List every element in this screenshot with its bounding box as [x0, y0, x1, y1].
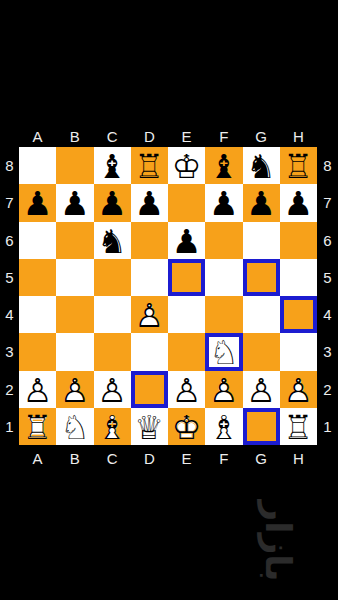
white-pawn-piece[interactable]: ♟♙ [19, 371, 56, 408]
square-b5[interactable] [56, 259, 93, 296]
app-screen: ABCDEFGH 87654321 87654321 ♝♖♔♝♞♖♟♟♟♟♟♟♟… [0, 0, 338, 600]
black-pawn-piece[interactable]: ♟ [243, 184, 280, 221]
piece-outline: ♙ [56, 371, 93, 408]
file-label-f: F [205, 125, 242, 147]
file-label-a: A [19, 125, 56, 147]
square-g2[interactable]: ♟♙ [243, 371, 280, 408]
file-label-g: G [243, 125, 280, 147]
piece-fill: ♟ [19, 184, 56, 221]
square-c8[interactable]: ♝ [94, 147, 131, 184]
square-e8[interactable]: ♔ [168, 147, 205, 184]
rank-label-5: 5 [0, 259, 19, 296]
black-bishop-piece[interactable]: ♝ [205, 147, 242, 184]
square-e7[interactable] [168, 184, 205, 221]
square-g5[interactable] [243, 259, 280, 296]
square-h5[interactable] [280, 259, 317, 296]
square-f2[interactable]: ♟♙ [205, 371, 242, 408]
black-pawn-piece[interactable]: ♟ [131, 184, 168, 221]
piece-outline: ♔ [168, 147, 205, 184]
white-rook-piece[interactable]: ♜♖ [19, 408, 56, 445]
black-knight-piece[interactable]: ♞ [94, 222, 131, 259]
rank-label-2: 2 [0, 371, 19, 408]
square-f1[interactable]: ♝♗ [205, 408, 242, 445]
white-pawn-piece[interactable]: ♟♙ [205, 371, 242, 408]
white-knight-piece[interactable]: ♞♘ [205, 333, 242, 370]
square-a5[interactable] [19, 259, 56, 296]
square-g6[interactable] [243, 222, 280, 259]
square-e4[interactable] [168, 296, 205, 333]
file-label-c: C [94, 125, 131, 147]
black-bishop-piece[interactable]: ♝ [94, 147, 131, 184]
square-b3[interactable] [56, 333, 93, 370]
square-f5[interactable] [205, 259, 242, 296]
file-label-a: A [19, 447, 56, 469]
white-king-piece[interactable]: ♚♔ [168, 408, 205, 445]
square-g1[interactable] [243, 408, 280, 445]
square-c6[interactable]: ♞ [94, 222, 131, 259]
square-c4[interactable] [94, 296, 131, 333]
square-d2[interactable] [131, 371, 168, 408]
piece-fill: ♟ [205, 184, 242, 221]
square-d3[interactable] [131, 333, 168, 370]
file-labels-bottom: ABCDEFGH [19, 447, 317, 469]
black-pawn-piece[interactable]: ♟ [56, 184, 93, 221]
piece-fill: ♝ [205, 147, 242, 184]
square-g4[interactable] [243, 296, 280, 333]
piece-fill: ♟ [168, 222, 205, 259]
piece-outline: ♖ [131, 147, 168, 184]
file-label-b: B [56, 447, 93, 469]
square-f6[interactable] [205, 222, 242, 259]
square-c2[interactable]: ♟♙ [94, 371, 131, 408]
file-label-c: C [94, 447, 131, 469]
piece-outline: ♕ [131, 408, 168, 445]
file-label-f: F [205, 447, 242, 469]
rank-label-1: 1 [317, 408, 338, 445]
rank-label-4: 4 [0, 296, 19, 333]
file-labels-top: ABCDEFGH [19, 125, 317, 147]
square-b1[interactable]: ♞♘ [56, 408, 93, 445]
square-f7[interactable]: ♟ [205, 184, 242, 221]
piece-fill: ♞ [94, 222, 131, 259]
square-e1[interactable]: ♚♔ [168, 408, 205, 445]
white-pawn-piece[interactable]: ♟♙ [131, 296, 168, 333]
square-g8[interactable]: ♞ [243, 147, 280, 184]
square-h8[interactable]: ♖ [280, 147, 317, 184]
piece-fill: ♟ [94, 184, 131, 221]
white-pawn-piece[interactable]: ♟♙ [168, 371, 205, 408]
black-pawn-piece[interactable]: ♟ [280, 184, 317, 221]
piece-fill: ♟ [56, 184, 93, 221]
chess-board: ♝♖♔♝♞♖♟♟♟♟♟♟♟♞♟♟♙♞♘♟♙♟♙♟♙♟♙♟♙♟♙♟♙♜♖♞♘♝♗♛… [19, 147, 317, 445]
square-d8[interactable]: ♖ [131, 147, 168, 184]
white-pawn-piece[interactable]: ♟♙ [56, 371, 93, 408]
black-king-piece[interactable]: ♔ [168, 147, 205, 184]
rank-label-6: 6 [0, 222, 19, 259]
piece-outline: ♙ [94, 371, 131, 408]
rank-label-3: 3 [0, 333, 19, 370]
square-b6[interactable] [56, 222, 93, 259]
piece-fill: ♝ [94, 147, 131, 184]
square-f4[interactable] [205, 296, 242, 333]
square-e5[interactable] [168, 259, 205, 296]
piece-outline: ♘ [205, 333, 242, 370]
square-a4[interactable] [19, 296, 56, 333]
square-a8[interactable] [19, 147, 56, 184]
square-b2[interactable]: ♟♙ [56, 371, 93, 408]
piece-fill: ♟ [131, 184, 168, 221]
square-d7[interactable]: ♟ [131, 184, 168, 221]
rank-label-1: 1 [0, 408, 19, 445]
file-label-h: H [280, 447, 317, 469]
square-c7[interactable]: ♟ [94, 184, 131, 221]
white-bishop-piece[interactable]: ♝♗ [205, 408, 242, 445]
file-label-e: E [168, 447, 205, 469]
square-g3[interactable] [243, 333, 280, 370]
square-b4[interactable] [56, 296, 93, 333]
piece-outline: ♙ [280, 371, 317, 408]
rank-label-7: 7 [0, 184, 19, 221]
rank-label-7: 7 [317, 184, 338, 221]
file-label-b: B [56, 125, 93, 147]
square-h2[interactable]: ♟♙ [280, 371, 317, 408]
square-e2[interactable]: ♟♙ [168, 371, 205, 408]
file-label-d: D [131, 125, 168, 147]
piece-outline: ♙ [131, 296, 168, 333]
rank-label-4: 4 [317, 296, 338, 333]
rank-label-3: 3 [317, 333, 338, 370]
white-pawn-piece[interactable]: ♟♙ [280, 371, 317, 408]
black-pawn-piece[interactable]: ♟ [168, 222, 205, 259]
piece-outline: ♗ [205, 408, 242, 445]
piece-fill: ♟ [243, 184, 280, 221]
square-h1[interactable]: ♜♖ [280, 408, 317, 445]
file-label-e: E [168, 125, 205, 147]
square-a1[interactable]: ♜♖ [19, 408, 56, 445]
square-d4[interactable]: ♟♙ [131, 296, 168, 333]
white-pawn-piece[interactable]: ♟♙ [243, 371, 280, 408]
square-b8[interactable] [56, 147, 93, 184]
square-g7[interactable]: ♟ [243, 184, 280, 221]
piece-outline: ♙ [243, 371, 280, 408]
white-bishop-piece[interactable]: ♝♗ [94, 408, 131, 445]
piece-outline: ♙ [205, 371, 242, 408]
piece-outline: ♘ [56, 408, 93, 445]
file-label-g: G [243, 447, 280, 469]
black-pawn-piece[interactable]: ♟ [94, 184, 131, 221]
square-c5[interactable] [94, 259, 131, 296]
white-queen-piece[interactable]: ♛♕ [131, 408, 168, 445]
bazaar-watermark-logo: بازار [234, 496, 324, 586]
square-f3[interactable]: ♞♘ [205, 333, 242, 370]
square-d1[interactable]: ♛♕ [131, 408, 168, 445]
black-pawn-piece[interactable]: ♟ [205, 184, 242, 221]
square-d6[interactable] [131, 222, 168, 259]
black-knight-piece[interactable]: ♞ [243, 147, 280, 184]
rank-label-8: 8 [317, 147, 338, 184]
piece-outline: ♙ [168, 371, 205, 408]
square-e6[interactable]: ♟ [168, 222, 205, 259]
piece-outline: ♖ [280, 147, 317, 184]
rank-label-6: 6 [317, 222, 338, 259]
file-label-h: H [280, 125, 317, 147]
square-f8[interactable]: ♝ [205, 147, 242, 184]
piece-outline: ♖ [19, 408, 56, 445]
square-a6[interactable] [19, 222, 56, 259]
piece-outline: ♔ [168, 408, 205, 445]
rank-label-2: 2 [317, 371, 338, 408]
white-pawn-piece[interactable]: ♟♙ [94, 371, 131, 408]
black-pawn-piece[interactable]: ♟ [19, 184, 56, 221]
rank-labels-right: 87654321 [317, 147, 338, 445]
square-c3[interactable] [94, 333, 131, 370]
piece-outline: ♖ [280, 408, 317, 445]
file-label-d: D [131, 447, 168, 469]
piece-fill: ♞ [243, 147, 280, 184]
square-e3[interactable] [168, 333, 205, 370]
rank-labels-left: 87654321 [0, 147, 19, 445]
white-rook-piece[interactable]: ♜♖ [280, 408, 317, 445]
square-a3[interactable] [19, 333, 56, 370]
piece-fill: ♟ [280, 184, 317, 221]
square-a2[interactable]: ♟♙ [19, 371, 56, 408]
square-b7[interactable]: ♟ [56, 184, 93, 221]
rank-label-8: 8 [0, 147, 19, 184]
black-rook-piece[interactable]: ♖ [131, 147, 168, 184]
black-rook-piece[interactable]: ♖ [280, 147, 317, 184]
piece-outline: ♙ [19, 371, 56, 408]
white-knight-piece[interactable]: ♞♘ [56, 408, 93, 445]
square-h4[interactable] [280, 296, 317, 333]
square-h6[interactable] [280, 222, 317, 259]
piece-outline: ♗ [94, 408, 131, 445]
square-d5[interactable] [131, 259, 168, 296]
square-a7[interactable]: ♟ [19, 184, 56, 221]
square-h3[interactable] [280, 333, 317, 370]
square-h7[interactable]: ♟ [280, 184, 317, 221]
square-c1[interactable]: ♝♗ [94, 408, 131, 445]
rank-label-5: 5 [317, 259, 338, 296]
